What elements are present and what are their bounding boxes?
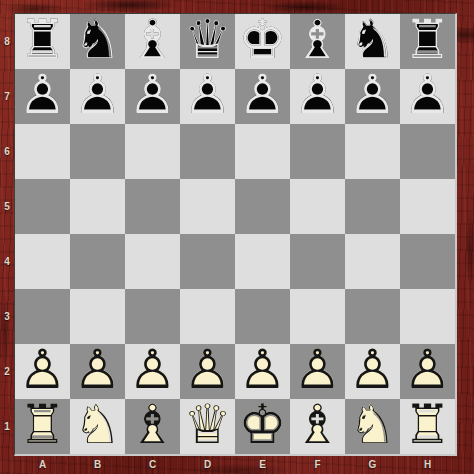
piece-white-pawn[interactable]: ♟♙: [345, 344, 400, 399]
square-c3[interactable]: [125, 289, 180, 344]
square-d5[interactable]: [180, 179, 235, 234]
square-h3[interactable]: [400, 289, 455, 344]
square-a4[interactable]: [15, 234, 70, 289]
piece-black-pawn[interactable]: ♟♙: [400, 69, 455, 124]
file-label-e: E: [235, 454, 290, 474]
piece-outline-glyph: ♗: [290, 14, 345, 69]
piece-white-knight[interactable]: ♞♘: [70, 399, 125, 454]
square-g6[interactable]: [345, 124, 400, 179]
piece-outline-glyph: ♕: [180, 14, 235, 69]
square-b3[interactable]: [70, 289, 125, 344]
rank-label-4: 4: [0, 234, 14, 289]
piece-white-rook[interactable]: ♜♖: [400, 399, 455, 454]
piece-outline-glyph: ♗: [290, 399, 345, 454]
rank-label-7: 7: [0, 69, 14, 124]
piece-white-rook[interactable]: ♜♖: [15, 399, 70, 454]
piece-white-knight[interactable]: ♞♘: [345, 399, 400, 454]
square-g8[interactable]: ♞♘: [345, 14, 400, 69]
square-g4[interactable]: [345, 234, 400, 289]
square-e8[interactable]: ♚♔: [235, 14, 290, 69]
square-a5[interactable]: [15, 179, 70, 234]
piece-outline-glyph: ♙: [15, 69, 70, 124]
square-b8[interactable]: ♞♘: [70, 14, 125, 69]
piece-white-bishop[interactable]: ♝♗: [125, 399, 180, 454]
square-e3[interactable]: [235, 289, 290, 344]
piece-white-pawn[interactable]: ♟♙: [400, 344, 455, 399]
file-label-a: A: [15, 454, 70, 474]
piece-outline-glyph: ♔: [235, 14, 290, 69]
file-label-c: C: [125, 454, 180, 474]
square-d2[interactable]: ♟♙: [180, 344, 235, 399]
square-g5[interactable]: [345, 179, 400, 234]
piece-outline-glyph: ♙: [235, 69, 290, 124]
piece-outline-glyph: ♙: [290, 344, 345, 399]
rank-label-1: 1: [0, 399, 14, 454]
piece-white-pawn[interactable]: ♟♙: [290, 344, 345, 399]
square-b5[interactable]: [70, 179, 125, 234]
square-d4[interactable]: [180, 234, 235, 289]
piece-white-queen[interactable]: ♛♕: [180, 399, 235, 454]
square-a7[interactable]: ♟♙: [15, 69, 70, 124]
piece-black-bishop[interactable]: ♝♗: [125, 14, 180, 69]
piece-outline-glyph: ♙: [345, 344, 400, 399]
square-f7[interactable]: ♟♙: [290, 69, 345, 124]
piece-black-king[interactable]: ♚♔: [235, 14, 290, 69]
piece-outline-glyph: ♘: [70, 14, 125, 69]
piece-white-bishop[interactable]: ♝♗: [290, 399, 345, 454]
piece-white-pawn[interactable]: ♟♙: [125, 344, 180, 399]
square-f3[interactable]: [290, 289, 345, 344]
square-h2[interactable]: ♟♙: [400, 344, 455, 399]
square-d8[interactable]: ♛♕: [180, 14, 235, 69]
square-h4[interactable]: [400, 234, 455, 289]
piece-outline-glyph: ♖: [15, 14, 70, 69]
rank-label-3: 3: [0, 289, 14, 344]
square-h8[interactable]: ♜♖: [400, 14, 455, 69]
piece-outline-glyph: ♖: [15, 399, 70, 454]
piece-outline-glyph: ♙: [125, 69, 180, 124]
file-label-g: G: [345, 454, 400, 474]
square-h5[interactable]: [400, 179, 455, 234]
square-a2[interactable]: ♟♙: [15, 344, 70, 399]
square-b2[interactable]: ♟♙: [70, 344, 125, 399]
piece-black-pawn[interactable]: ♟♙: [125, 69, 180, 124]
square-f2[interactable]: ♟♙: [290, 344, 345, 399]
piece-outline-glyph: ♙: [290, 69, 345, 124]
square-e4[interactable]: [235, 234, 290, 289]
rank-labels: 87654321: [0, 14, 14, 454]
piece-white-pawn[interactable]: ♟♙: [70, 344, 125, 399]
piece-black-pawn[interactable]: ♟♙: [235, 69, 290, 124]
square-d6[interactable]: [180, 124, 235, 179]
piece-black-pawn[interactable]: ♟♙: [70, 69, 125, 124]
rank-label-8: 8: [0, 14, 14, 69]
square-f6[interactable]: [290, 124, 345, 179]
piece-outline-glyph: ♙: [180, 344, 235, 399]
square-b1[interactable]: ♞♘: [70, 399, 125, 454]
square-g7[interactable]: ♟♙: [345, 69, 400, 124]
square-c6[interactable]: [125, 124, 180, 179]
square-g2[interactable]: ♟♙: [345, 344, 400, 399]
square-b7[interactable]: ♟♙: [70, 69, 125, 124]
square-g3[interactable]: [345, 289, 400, 344]
file-label-f: F: [290, 454, 345, 474]
rank-label-2: 2: [0, 344, 14, 399]
piece-outline-glyph: ♖: [400, 399, 455, 454]
square-b6[interactable]: [70, 124, 125, 179]
square-a1[interactable]: ♜♖: [15, 399, 70, 454]
square-a3[interactable]: [15, 289, 70, 344]
square-e1[interactable]: ♚♔: [235, 399, 290, 454]
piece-outline-glyph: ♙: [70, 344, 125, 399]
square-e7[interactable]: ♟♙: [235, 69, 290, 124]
square-f4[interactable]: [290, 234, 345, 289]
piece-outline-glyph: ♔: [235, 399, 290, 454]
square-g1[interactable]: ♞♘: [345, 399, 400, 454]
piece-white-pawn[interactable]: ♟♙: [180, 344, 235, 399]
square-e2[interactable]: ♟♙: [235, 344, 290, 399]
square-d7[interactable]: ♟♙: [180, 69, 235, 124]
piece-white-king[interactable]: ♚♔: [235, 399, 290, 454]
square-d1[interactable]: ♛♕: [180, 399, 235, 454]
piece-outline-glyph: ♙: [125, 344, 180, 399]
square-a6[interactable]: [15, 124, 70, 179]
square-e6[interactable]: [235, 124, 290, 179]
piece-outline-glyph: ♗: [125, 399, 180, 454]
square-h6[interactable]: [400, 124, 455, 179]
piece-black-bishop[interactable]: ♝♗: [290, 14, 345, 69]
file-label-b: B: [70, 454, 125, 474]
piece-outline-glyph: ♘: [345, 14, 400, 69]
square-b4[interactable]: [70, 234, 125, 289]
piece-outline-glyph: ♗: [125, 14, 180, 69]
piece-black-queen[interactable]: ♛♕: [180, 14, 235, 69]
piece-white-pawn[interactable]: ♟♙: [15, 344, 70, 399]
square-f1[interactable]: ♝♗: [290, 399, 345, 454]
square-e5[interactable]: [235, 179, 290, 234]
piece-black-knight[interactable]: ♞♘: [70, 14, 125, 69]
square-c4[interactable]: [125, 234, 180, 289]
file-label-h: H: [400, 454, 455, 474]
file-labels: ABCDEFGH: [15, 454, 455, 474]
piece-black-pawn[interactable]: ♟♙: [180, 69, 235, 124]
piece-outline-glyph: ♙: [15, 344, 70, 399]
square-h1[interactable]: ♜♖: [400, 399, 455, 454]
piece-outline-glyph: ♕: [180, 399, 235, 454]
piece-outline-glyph: ♙: [400, 69, 455, 124]
piece-black-pawn[interactable]: ♟♙: [290, 69, 345, 124]
square-h7[interactable]: ♟♙: [400, 69, 455, 124]
square-d3[interactable]: [180, 289, 235, 344]
piece-black-rook[interactable]: ♜♖: [15, 14, 70, 69]
piece-outline-glyph: ♙: [180, 69, 235, 124]
piece-black-pawn[interactable]: ♟♙: [345, 69, 400, 124]
square-f5[interactable]: [290, 179, 345, 234]
piece-black-pawn[interactable]: ♟♙: [15, 69, 70, 124]
rank-label-6: 6: [0, 124, 14, 179]
piece-white-pawn[interactable]: ♟♙: [235, 344, 290, 399]
piece-outline-glyph: ♙: [345, 69, 400, 124]
file-label-d: D: [180, 454, 235, 474]
piece-outline-glyph: ♙: [400, 344, 455, 399]
square-c7[interactable]: ♟♙: [125, 69, 180, 124]
square-c1[interactable]: ♝♗: [125, 399, 180, 454]
piece-black-rook[interactable]: ♜♖: [400, 14, 455, 69]
piece-outline-glyph: ♘: [345, 399, 400, 454]
piece-outline-glyph: ♙: [235, 344, 290, 399]
square-c2[interactable]: ♟♙: [125, 344, 180, 399]
square-a8[interactable]: ♜♖: [15, 14, 70, 69]
chess-board: ♜♖♞♘♝♗♛♕♚♔♝♗♞♘♜♖♟♙♟♙♟♙♟♙♟♙♟♙♟♙♟♙♟♙♟♙♟♙♟♙…: [14, 13, 457, 456]
piece-outline-glyph: ♖: [400, 14, 455, 69]
piece-outline-glyph: ♙: [70, 69, 125, 124]
square-c5[interactable]: [125, 179, 180, 234]
piece-outline-glyph: ♘: [70, 399, 125, 454]
square-f8[interactable]: ♝♗: [290, 14, 345, 69]
rank-label-5: 5: [0, 179, 14, 234]
piece-black-knight[interactable]: ♞♘: [345, 14, 400, 69]
chess-app: ♜♖♞♘♝♗♛♕♚♔♝♗♞♘♜♖♟♙♟♙♟♙♟♙♟♙♟♙♟♙♟♙♟♙♟♙♟♙♟♙…: [0, 0, 474, 474]
square-c8[interactable]: ♝♗: [125, 14, 180, 69]
